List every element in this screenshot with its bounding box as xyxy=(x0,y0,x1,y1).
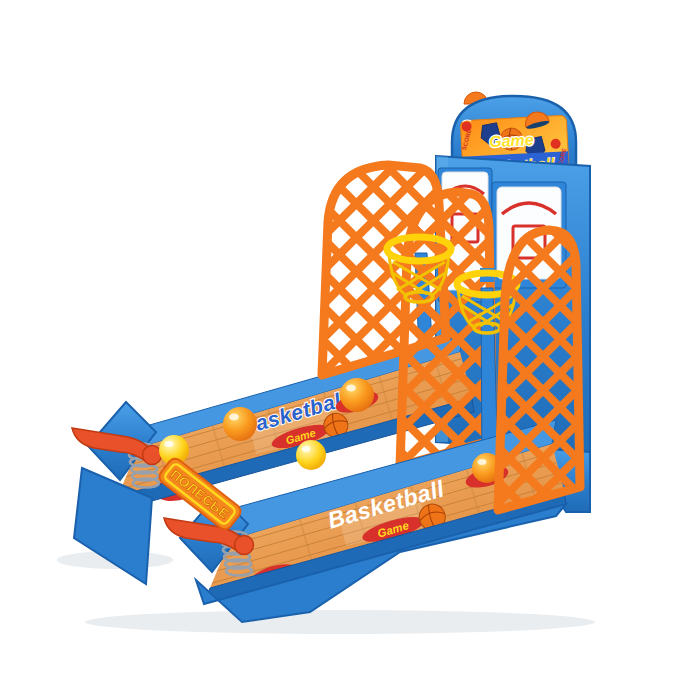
sign-game-text: Game xyxy=(489,131,534,150)
ground-shadow xyxy=(85,610,595,634)
ball-yellow-front-wall xyxy=(296,440,326,470)
ball-orange-left-midcourt xyxy=(223,407,257,441)
product-photo: Game SCORE Basketball SCORE xyxy=(0,0,700,700)
basketball-toy-illustration: Game SCORE Basketball SCORE xyxy=(0,0,700,700)
ball-orange-left-pocket xyxy=(340,378,374,412)
lever-right-cup xyxy=(235,536,254,555)
fence-right xyxy=(498,230,580,510)
lever-left-cup xyxy=(143,446,162,465)
fence-middle xyxy=(400,192,493,466)
